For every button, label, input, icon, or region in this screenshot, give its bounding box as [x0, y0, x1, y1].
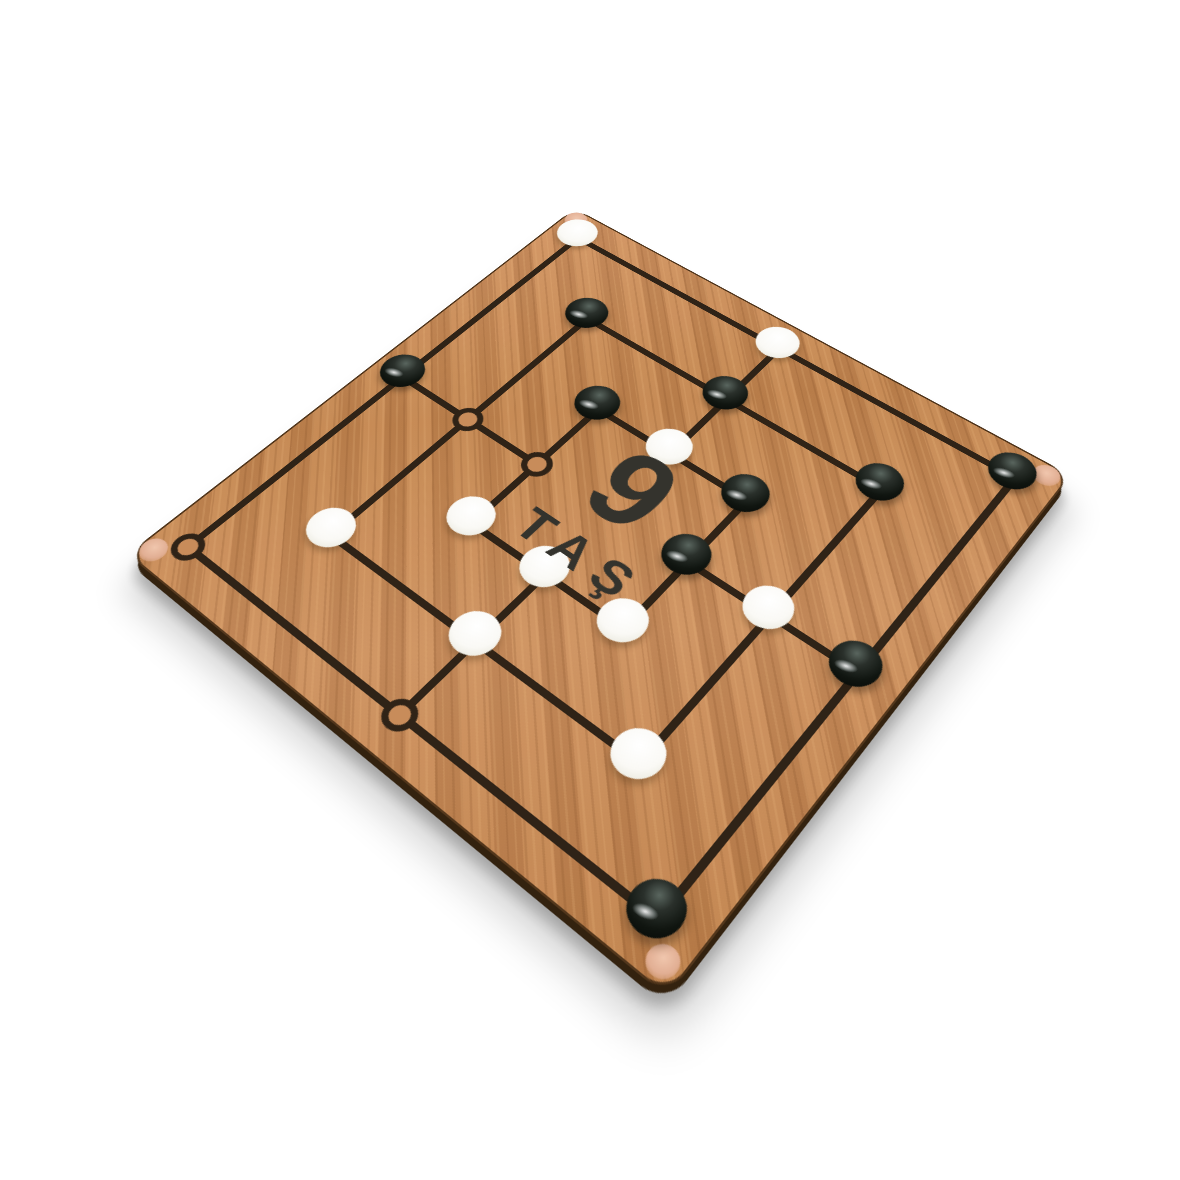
point-b6[interactable] [526, 277, 648, 362]
black-stone-g4[interactable] [818, 631, 892, 696]
white-stone-d7[interactable] [747, 321, 808, 365]
black-stone-a4[interactable] [371, 348, 435, 394]
board-plane: 9 TAŞ [188, 238, 1015, 920]
board-grid [116, 201, 1081, 1008]
point-g7[interactable] [949, 427, 1081, 532]
black-stone-d6[interactable] [693, 369, 757, 416]
board-photo: 9 TAŞ [0, 0, 1180, 1180]
black-stone-g7[interactable] [979, 445, 1045, 497]
white-stone-a7[interactable] [549, 214, 606, 252]
point-b2[interactable] [260, 481, 402, 593]
point-a1[interactable] [116, 492, 260, 606]
black-stone-f6[interactable] [846, 456, 913, 509]
white-stone-c3[interactable] [436, 489, 506, 544]
point-a7[interactable] [520, 201, 635, 277]
black-stone-e5[interactable] [712, 467, 780, 520]
point-g1[interactable] [572, 839, 743, 1009]
black-stone-c5[interactable] [565, 379, 629, 427]
black-stone-g1[interactable] [614, 867, 699, 951]
white-stone-e3[interactable] [586, 590, 659, 652]
white-stone-f2[interactable] [599, 718, 678, 790]
black-stone-b6[interactable] [556, 292, 617, 334]
white-stone-d5[interactable] [636, 422, 702, 472]
white-stone-f4[interactable] [732, 577, 804, 638]
black-stone-e4[interactable] [651, 526, 721, 583]
point-f2[interactable] [560, 694, 718, 839]
white-stone-d3[interactable] [509, 538, 580, 596]
white-stone-d2[interactable] [438, 602, 512, 665]
white-stone-b2[interactable] [296, 500, 367, 556]
point-f6[interactable] [815, 438, 949, 544]
